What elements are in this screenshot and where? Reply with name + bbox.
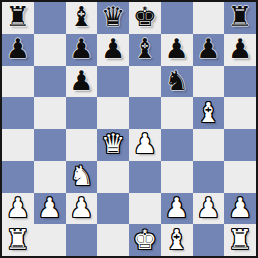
piece-white-pawn[interactable]: ♟ bbox=[38, 194, 62, 221]
square-b3[interactable] bbox=[34, 161, 66, 193]
square-h7[interactable]: ♟ bbox=[224, 34, 256, 66]
piece-black-queen[interactable]: ♛ bbox=[101, 3, 125, 30]
piece-black-rook[interactable]: ♜ bbox=[228, 3, 252, 30]
square-f3[interactable] bbox=[161, 161, 193, 193]
square-g7[interactable]: ♟ bbox=[193, 34, 225, 66]
square-f6[interactable]: ♞ bbox=[161, 66, 193, 98]
square-e5[interactable] bbox=[129, 97, 161, 129]
square-a4[interactable] bbox=[2, 129, 34, 161]
piece-black-knight[interactable]: ♞ bbox=[165, 67, 189, 94]
square-h5[interactable] bbox=[224, 97, 256, 129]
square-d7[interactable]: ♟ bbox=[97, 34, 129, 66]
piece-black-pawn[interactable]: ♟ bbox=[101, 35, 125, 62]
piece-black-king[interactable]: ♚ bbox=[133, 3, 157, 30]
square-f5[interactable] bbox=[161, 97, 193, 129]
square-a2[interactable]: ♟ bbox=[2, 193, 34, 225]
square-g1[interactable] bbox=[193, 224, 225, 256]
chess-board: ♜♝♛♚♜♟♟♟♝♟♟♟♟♞♝♛♟♞♟♟♟♟♟♟♜♚♝♜ bbox=[2, 2, 256, 256]
square-b4[interactable] bbox=[34, 129, 66, 161]
square-g5[interactable]: ♝ bbox=[193, 97, 225, 129]
square-b6[interactable] bbox=[34, 66, 66, 98]
piece-white-pawn[interactable]: ♟ bbox=[69, 194, 93, 221]
square-a1[interactable]: ♜ bbox=[2, 224, 34, 256]
piece-black-pawn[interactable]: ♟ bbox=[228, 35, 252, 62]
square-a3[interactable] bbox=[2, 161, 34, 193]
square-c8[interactable]: ♝ bbox=[66, 2, 98, 34]
piece-black-pawn[interactable]: ♟ bbox=[69, 35, 93, 62]
piece-white-knight[interactable]: ♞ bbox=[69, 162, 93, 189]
square-d1[interactable] bbox=[97, 224, 129, 256]
square-d3[interactable] bbox=[97, 161, 129, 193]
square-c1[interactable] bbox=[66, 224, 98, 256]
piece-black-pawn[interactable]: ♟ bbox=[6, 35, 30, 62]
square-g2[interactable]: ♟ bbox=[193, 193, 225, 225]
piece-white-bishop[interactable]: ♝ bbox=[165, 226, 189, 253]
square-g4[interactable] bbox=[193, 129, 225, 161]
square-c2[interactable]: ♟ bbox=[66, 193, 98, 225]
piece-white-pawn[interactable]: ♟ bbox=[228, 194, 252, 221]
square-e4[interactable]: ♟ bbox=[129, 129, 161, 161]
square-h6[interactable] bbox=[224, 66, 256, 98]
square-d2[interactable] bbox=[97, 193, 129, 225]
square-f8[interactable] bbox=[161, 2, 193, 34]
piece-white-pawn[interactable]: ♟ bbox=[133, 130, 157, 157]
square-g6[interactable] bbox=[193, 66, 225, 98]
piece-white-bishop[interactable]: ♝ bbox=[196, 99, 220, 126]
square-f4[interactable] bbox=[161, 129, 193, 161]
square-g8[interactable] bbox=[193, 2, 225, 34]
square-e3[interactable] bbox=[129, 161, 161, 193]
square-c7[interactable]: ♟ bbox=[66, 34, 98, 66]
square-h3[interactable] bbox=[224, 161, 256, 193]
square-b1[interactable] bbox=[34, 224, 66, 256]
square-e2[interactable] bbox=[129, 193, 161, 225]
piece-white-rook[interactable]: ♜ bbox=[228, 226, 252, 253]
square-b5[interactable] bbox=[34, 97, 66, 129]
square-c3[interactable]: ♞ bbox=[66, 161, 98, 193]
piece-white-pawn[interactable]: ♟ bbox=[196, 194, 220, 221]
square-d4[interactable]: ♛ bbox=[97, 129, 129, 161]
piece-black-pawn[interactable]: ♟ bbox=[69, 67, 93, 94]
square-f7[interactable]: ♟ bbox=[161, 34, 193, 66]
square-d5[interactable] bbox=[97, 97, 129, 129]
square-d6[interactable] bbox=[97, 66, 129, 98]
square-a7[interactable]: ♟ bbox=[2, 34, 34, 66]
square-a8[interactable]: ♜ bbox=[2, 2, 34, 34]
square-h4[interactable] bbox=[224, 129, 256, 161]
square-c6[interactable]: ♟ bbox=[66, 66, 98, 98]
square-a6[interactable] bbox=[2, 66, 34, 98]
piece-black-bishop[interactable]: ♝ bbox=[133, 35, 157, 62]
square-b8[interactable] bbox=[34, 2, 66, 34]
piece-white-rook[interactable]: ♜ bbox=[6, 226, 30, 253]
square-b7[interactable] bbox=[34, 34, 66, 66]
square-h2[interactable]: ♟ bbox=[224, 193, 256, 225]
square-c4[interactable] bbox=[66, 129, 98, 161]
piece-black-pawn[interactable]: ♟ bbox=[196, 35, 220, 62]
square-c5[interactable] bbox=[66, 97, 98, 129]
square-h8[interactable]: ♜ bbox=[224, 2, 256, 34]
piece-black-rook[interactable]: ♜ bbox=[6, 3, 30, 30]
square-d8[interactable]: ♛ bbox=[97, 2, 129, 34]
piece-black-bishop[interactable]: ♝ bbox=[69, 3, 93, 30]
square-e6[interactable] bbox=[129, 66, 161, 98]
piece-black-pawn[interactable]: ♟ bbox=[165, 35, 189, 62]
piece-white-king[interactable]: ♚ bbox=[133, 226, 157, 253]
piece-white-queen[interactable]: ♛ bbox=[101, 130, 125, 157]
square-f1[interactable]: ♝ bbox=[161, 224, 193, 256]
square-f2[interactable]: ♟ bbox=[161, 193, 193, 225]
square-g3[interactable] bbox=[193, 161, 225, 193]
square-e7[interactable]: ♝ bbox=[129, 34, 161, 66]
square-a5[interactable] bbox=[2, 97, 34, 129]
square-h1[interactable]: ♜ bbox=[224, 224, 256, 256]
board-frame: ♜♝♛♚♜♟♟♟♝♟♟♟♟♞♝♛♟♞♟♟♟♟♟♟♜♚♝♜ bbox=[0, 0, 258, 258]
square-e1[interactable]: ♚ bbox=[129, 224, 161, 256]
piece-white-pawn[interactable]: ♟ bbox=[6, 194, 30, 221]
square-b2[interactable]: ♟ bbox=[34, 193, 66, 225]
square-e8[interactable]: ♚ bbox=[129, 2, 161, 34]
piece-white-pawn[interactable]: ♟ bbox=[165, 194, 189, 221]
